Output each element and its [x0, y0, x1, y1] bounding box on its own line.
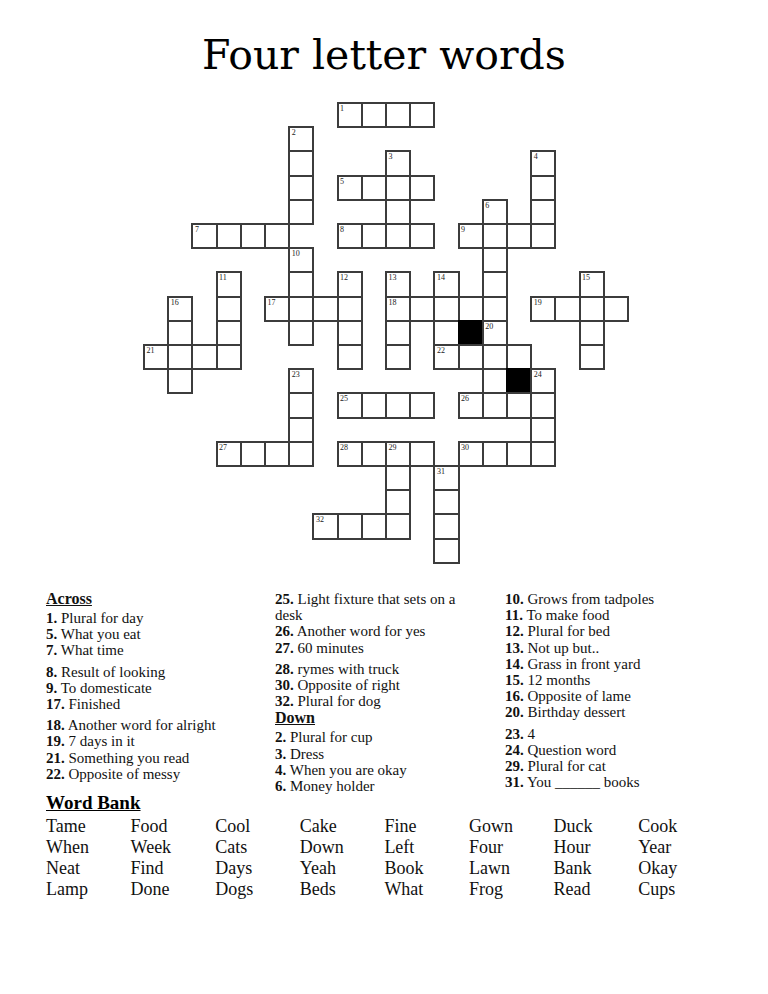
word-bank-word: Cups [638, 881, 723, 899]
cell-number: 9 [461, 225, 465, 234]
clue-item-3: 3. Dress [275, 746, 475, 762]
clue-item-32: 32. Plural for dog [275, 693, 475, 709]
clue-item-15: 15. 12 months [505, 672, 745, 688]
word-bank-word: Days [215, 860, 300, 878]
grid-cell[interactable]: 22 [433, 344, 459, 370]
grid-cell[interactable] [554, 296, 580, 322]
word-bank-word: Hour [554, 839, 639, 857]
grid-cell[interactable] [216, 296, 242, 322]
clue-item-18: 18. Another word for alright [46, 717, 270, 733]
grid-cell[interactable] [385, 489, 411, 515]
grid-cell[interactable] [482, 368, 508, 394]
grid-cell[interactable]: 26 [458, 392, 484, 418]
grid-cell[interactable]: 29 [385, 441, 411, 467]
cell-number: 16 [171, 298, 179, 307]
cell-number: 14 [437, 273, 445, 282]
cell-number: 27 [219, 443, 227, 452]
word-bank-word: Fine [384, 818, 469, 836]
grid-cell[interactable] [385, 175, 411, 201]
grid-cell[interactable] [433, 296, 459, 322]
grid-cell[interactable] [337, 344, 363, 370]
grid-cell[interactable] [409, 175, 435, 201]
grid-cell[interactable] [288, 296, 314, 322]
cell-number: 19 [534, 298, 542, 307]
cell-number: 3 [389, 152, 393, 161]
cell-number: 26 [461, 394, 469, 403]
black-cell [458, 320, 484, 346]
word-bank-word: Gown [469, 818, 554, 836]
word-bank-word: Beds [300, 881, 385, 899]
grid-cell[interactable]: 13 [385, 271, 411, 297]
grid-cell[interactable]: 32 [312, 513, 338, 539]
grid-cell[interactable]: 5 [337, 175, 363, 201]
clue-item-8: 8. Result of looking [46, 664, 270, 680]
clue-item-25: 25. Light fixture that sets on a desk [275, 591, 475, 623]
grid-cell[interactable]: 2 [288, 126, 314, 152]
word-bank-word: Year [638, 839, 723, 857]
cell-number: 32 [316, 515, 324, 524]
grid-cell[interactable]: 17 [264, 296, 290, 322]
grid-cell[interactable] [167, 344, 193, 370]
clue-item-2: 2. Plural for cup [275, 729, 475, 745]
word-bank-word: Book [384, 860, 469, 878]
grid-cell[interactable] [579, 320, 605, 346]
cell-number: 29 [389, 443, 397, 452]
grid-cell[interactable] [409, 223, 435, 249]
clue-item-13: 13. Not up but.. [505, 640, 745, 656]
clue-column-down: 10. Grows from tadpoles11. To make food1… [505, 591, 745, 790]
clue-item-12: 12. Plural for bed [505, 623, 745, 639]
cell-number: 15 [582, 273, 590, 282]
grid-cell[interactable] [433, 320, 459, 346]
grid-cell[interactable] [361, 441, 387, 467]
cell-number: 18 [389, 298, 397, 307]
grid-cell[interactable] [385, 392, 411, 418]
grid-cell[interactable] [530, 441, 556, 467]
word-bank-word: Left [384, 839, 469, 857]
clue-item-9: 9. To domesticate [46, 680, 270, 696]
grid-cell[interactable] [385, 199, 411, 225]
clue-item-22: 22. Opposite of messy [46, 766, 270, 782]
word-bank-word: Duck [554, 818, 639, 836]
grid-cell[interactable]: 15 [579, 271, 605, 297]
grid-cell[interactable] [288, 150, 314, 176]
clue-item-16: 16. Opposite of lame [505, 688, 745, 704]
grid-cell[interactable] [530, 417, 556, 443]
clue-item-27: 27. 60 minutes [275, 640, 475, 656]
clue-item-24: 24. Question word [505, 742, 745, 758]
grid-cell[interactable] [337, 296, 363, 322]
cell-number: 7 [195, 225, 199, 234]
grid-cell[interactable]: 30 [458, 441, 484, 467]
word-bank-word: Tame [46, 818, 131, 836]
grid-cell[interactable] [506, 223, 532, 249]
grid-cell[interactable] [458, 344, 484, 370]
clue-item-20: 20. Birthday dessert [505, 704, 745, 720]
word-bank: TameFoodCoolCakeFineGownDuckCookWhenWeek… [46, 818, 723, 899]
grid-cell[interactable] [312, 296, 338, 322]
word-bank-word: Frog [469, 881, 554, 899]
grid-cell[interactable] [191, 344, 217, 370]
grid-cell[interactable] [337, 320, 363, 346]
grid-cell[interactable] [361, 513, 387, 539]
grid-cell[interactable] [482, 271, 508, 297]
word-bank-word: Bank [554, 860, 639, 878]
word-bank-word: Down [300, 839, 385, 857]
grid-cell[interactable] [385, 223, 411, 249]
grid-cell[interactable]: 4 [530, 150, 556, 176]
grid-cell[interactable] [216, 223, 242, 249]
grid-cell[interactable] [506, 344, 532, 370]
grid-cell[interactable] [506, 392, 532, 418]
word-bank-word: Cats [215, 839, 300, 857]
grid-cell[interactable] [385, 320, 411, 346]
grid-cell[interactable]: 27 [216, 441, 242, 467]
grid-cell[interactable] [288, 417, 314, 443]
grid-cell[interactable] [603, 296, 629, 322]
grid-cell[interactable]: 3 [385, 150, 411, 176]
clue-item-23: 23. 4 [505, 726, 745, 742]
grid-cell[interactable]: 9 [458, 223, 484, 249]
grid-cell[interactable]: 11 [216, 271, 242, 297]
clue-item-21: 21. Something you read [46, 750, 270, 766]
cell-number: 2 [292, 128, 296, 137]
word-bank-word: Lawn [469, 860, 554, 878]
word-bank-word: Neat [46, 860, 131, 878]
grid-cell[interactable] [482, 247, 508, 273]
grid-cell[interactable] [361, 102, 387, 128]
grid-cell[interactable] [482, 223, 508, 249]
grid-cell[interactable] [288, 271, 314, 297]
grid-cell[interactable] [167, 368, 193, 394]
grid-cell[interactable] [385, 513, 411, 539]
cell-number: 20 [485, 322, 493, 331]
cell-number: 11 [219, 273, 227, 282]
clue-item-28: 28. rymes with truck [275, 661, 475, 677]
grid-cell[interactable] [288, 320, 314, 346]
grid-cell[interactable] [385, 465, 411, 491]
across-header: Across [46, 590, 270, 608]
clue-item-4: 4. When you are okay [275, 762, 475, 778]
word-bank-word: Cool [215, 818, 300, 836]
word-bank-word: Done [131, 881, 216, 899]
cell-number: 12 [340, 273, 348, 282]
clue-item-29: 29. Plural for cat [505, 758, 745, 774]
grid-cell[interactable] [288, 441, 314, 467]
grid-cell[interactable] [506, 441, 532, 467]
down-header: Down [275, 709, 475, 727]
black-cell [506, 368, 532, 394]
clue-item-26: 26. Another word for yes [275, 623, 475, 639]
word-bank-word: Read [554, 881, 639, 899]
clue-item-14: 14. Grass in front yard [505, 656, 745, 672]
clue-item-17: 17. Finished [46, 696, 270, 712]
word-bank-word: Yeah [300, 860, 385, 878]
grid-cell[interactable] [361, 175, 387, 201]
grid-cell[interactable] [288, 392, 314, 418]
clue-item-10: 10. Grows from tadpoles [505, 591, 745, 607]
grid-cell[interactable]: 23 [288, 368, 314, 394]
cell-number: 28 [340, 443, 348, 452]
grid-cell[interactable]: 16 [167, 296, 193, 322]
clue-item-19: 19. 7 days in it [46, 733, 270, 749]
cell-number: 22 [437, 346, 445, 355]
word-bank-word: Dogs [215, 881, 300, 899]
grid-cell[interactable]: 8 [337, 223, 363, 249]
word-bank-word: When [46, 839, 131, 857]
grid-cell[interactable] [216, 320, 242, 346]
grid-cell[interactable]: 10 [288, 247, 314, 273]
cell-number: 13 [389, 273, 397, 282]
clue-column-across: Across1. Plural for day5. What you eat7.… [46, 590, 270, 782]
grid-cell[interactable]: 19 [530, 296, 556, 322]
grid-cell[interactable] [288, 199, 314, 225]
word-bank-word: Four [469, 839, 554, 857]
grid-cell[interactable] [482, 441, 508, 467]
word-bank-word: Okay [638, 860, 723, 878]
cell-number: 23 [292, 370, 300, 379]
grid-cell[interactable] [482, 344, 508, 370]
grid-cell[interactable]: 7 [191, 223, 217, 249]
grid-cell[interactable] [409, 102, 435, 128]
grid-cell[interactable] [409, 441, 435, 467]
grid-cell[interactable] [240, 223, 266, 249]
word-bank-word: Week [131, 839, 216, 857]
word-bank-header: Word Bank [46, 792, 141, 814]
grid-cell[interactable]: 20 [482, 320, 508, 346]
grid-cell[interactable]: 24 [530, 368, 556, 394]
cell-number: 1 [340, 104, 344, 113]
cell-number: 5 [340, 177, 344, 186]
grid-cell[interactable] [433, 513, 459, 539]
cell-number: 10 [292, 249, 300, 258]
cell-number: 25 [340, 394, 348, 403]
grid-cell[interactable]: 6 [482, 199, 508, 225]
clue-item-5: 5. What you eat [46, 626, 270, 642]
grid-cell[interactable] [458, 296, 484, 322]
grid-cell[interactable] [264, 441, 290, 467]
clue-item-1: 1. Plural for day [46, 610, 270, 626]
cell-number: 21 [147, 346, 155, 355]
word-bank-word: What [384, 881, 469, 899]
grid-cell[interactable]: 28 [337, 441, 363, 467]
grid-cell[interactable] [530, 392, 556, 418]
grid-cell[interactable]: 21 [143, 344, 169, 370]
grid-cell[interactable]: 25 [337, 392, 363, 418]
grid-cell[interactable] [409, 296, 435, 322]
grid-cell[interactable] [361, 392, 387, 418]
clue-item-7: 7. What time [46, 642, 270, 658]
grid-cell[interactable] [385, 102, 411, 128]
word-bank-word: Cake [300, 818, 385, 836]
grid-cell[interactable] [409, 392, 435, 418]
crossword-grid: 1234567891011121314151617181920212223242… [143, 102, 631, 564]
grid-cell[interactable] [530, 223, 556, 249]
grid-cell[interactable] [530, 175, 556, 201]
grid-cell[interactable] [482, 296, 508, 322]
grid-cell[interactable] [433, 538, 459, 564]
grid-cell[interactable] [579, 296, 605, 322]
grid-cell[interactable] [433, 489, 459, 515]
grid-cell[interactable] [579, 344, 605, 370]
grid-cell[interactable] [385, 344, 411, 370]
grid-cell[interactable]: 18 [385, 296, 411, 322]
grid-cell[interactable] [216, 344, 242, 370]
grid-cell[interactable] [530, 199, 556, 225]
grid-cell[interactable] [337, 513, 363, 539]
page-title: Four letter words [0, 31, 768, 79]
grid-cell[interactable] [264, 223, 290, 249]
grid-cell[interactable] [167, 320, 193, 346]
word-bank-word: Food [131, 818, 216, 836]
clue-item-30: 30. Opposite of right [275, 677, 475, 693]
grid-cell[interactable] [482, 392, 508, 418]
clue-item-31: 31. You ______ books [505, 774, 745, 790]
grid-cell[interactable]: 14 [433, 271, 459, 297]
word-bank-word: Find [131, 860, 216, 878]
grid-cell[interactable]: 12 [337, 271, 363, 297]
cell-number: 31 [437, 467, 445, 476]
cell-number: 30 [461, 443, 469, 452]
cell-number: 17 [268, 298, 276, 307]
cell-number: 6 [485, 201, 489, 210]
cell-number: 24 [534, 370, 542, 379]
clue-item-6: 6. Money holder [275, 778, 475, 794]
cell-number: 8 [340, 225, 344, 234]
grid-cell[interactable]: 1 [337, 102, 363, 128]
clue-item-11: 11. To make food [505, 607, 745, 623]
cell-number: 4 [534, 152, 538, 161]
word-bank-word: Cook [638, 818, 723, 836]
grid-cell[interactable] [288, 175, 314, 201]
grid-cell[interactable] [240, 441, 266, 467]
word-bank-word: Lamp [46, 881, 131, 899]
grid-cell[interactable] [361, 223, 387, 249]
grid-cell[interactable]: 31 [433, 465, 459, 491]
clue-column-middle: 25. Light fixture that sets on a desk26.… [275, 591, 475, 794]
